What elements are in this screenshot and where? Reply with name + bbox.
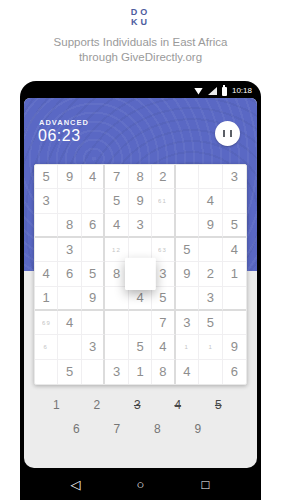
logo-line-1: DO	[0, 7, 281, 17]
cell-digit: 7	[113, 169, 120, 184]
sudoku-cell-r5c7[interactable]: 9	[176, 262, 199, 286]
sudoku-cell-r9c8[interactable]	[199, 360, 222, 384]
sudoku-cell-r9c4[interactable]: 3	[105, 360, 128, 384]
pause-icon	[223, 130, 232, 137]
sudoku-cell-r4c1[interactable]	[35, 238, 58, 262]
cell-digit: 2	[207, 266, 214, 281]
sudoku-cell-r8c5[interactable]: 5	[129, 335, 152, 359]
cell-digit: 4	[231, 242, 238, 257]
sudoku-cell-r4c3[interactable]	[82, 238, 105, 262]
sudoku-cell-r2c2[interactable]	[58, 189, 81, 213]
cell-digit: 4	[159, 339, 166, 354]
tagline: Supports Individuals in East Africa thro…	[0, 35, 281, 65]
sudoku-cell-r8c2[interactable]	[58, 335, 81, 359]
sudoku-cell-r5c9[interactable]: 1	[223, 262, 246, 286]
sudoku-cell-r9c9[interactable]: 6	[223, 360, 246, 384]
sudoku-cell-r3c8[interactable]: 9	[199, 214, 222, 238]
numpad-row-1: 12345	[24, 393, 257, 417]
sudoku-cell-r3c4[interactable]: 4	[105, 214, 128, 238]
sudoku-grid: 5947823359614864395312635446583921194536…	[35, 165, 246, 384]
numpad-key-1[interactable]: 1	[36, 393, 77, 417]
sudoku-cell-r3c7[interactable]	[176, 214, 199, 238]
cell-signal-icon	[208, 87, 217, 95]
cell-digit: 7	[159, 315, 166, 330]
logo-line-2: KU	[0, 17, 281, 27]
sudoku-cell-r6c2[interactable]	[58, 287, 81, 311]
sudoku-cell-r9c7[interactable]: 4	[176, 360, 199, 384]
numpad-key-label: 7	[113, 422, 120, 436]
sudoku-cell-r1c8[interactable]	[199, 165, 222, 189]
cell-digit: 9	[136, 193, 143, 208]
sudoku-cell-r9c3[interactable]	[82, 360, 105, 384]
site-header: DO KU Supports Individuals in East Afric…	[0, 0, 281, 65]
sudoku-cell-r6c6[interactable]: 5	[152, 287, 175, 311]
sudoku-cell-r6c9[interactable]	[223, 287, 246, 311]
sudoku-cell-r7c7[interactable]: 3	[176, 311, 199, 335]
cell-digit: 5	[89, 266, 96, 281]
sudoku-cell-r1c5[interactable]: 8	[129, 165, 152, 189]
wifi-icon	[194, 88, 203, 95]
numpad-key-8[interactable]: 8	[137, 417, 178, 441]
difficulty-label: ADVANCED	[39, 118, 89, 127]
cell-digit: 6	[66, 266, 73, 281]
status-time: 10:18	[232, 87, 252, 95]
cell-digit: 9	[89, 290, 96, 305]
sudoku-cell-r6c1[interactable]: 1	[35, 287, 58, 311]
cell-digit: 3	[89, 339, 96, 354]
numpad-key-label: 8	[154, 422, 161, 436]
home-icon[interactable]: ○	[133, 478, 148, 491]
numpad-key-label: 5	[212, 398, 225, 412]
sudoku-cell-r6c5[interactable]: 4	[129, 287, 152, 311]
cell-pencil-marks: 63	[158, 246, 167, 253]
back-icon[interactable]: ◁	[68, 478, 83, 491]
numpad-key-2[interactable]: 2	[77, 393, 118, 417]
sudoku-cell-r8c4[interactable]	[105, 335, 128, 359]
sudoku-cell-r1c2[interactable]: 9	[58, 165, 81, 189]
sudoku-cell-r2c3[interactable]	[82, 189, 105, 213]
numpad-key-label: 9	[194, 422, 201, 436]
cell-digit: 6	[89, 217, 96, 232]
sudoku-cell-r1c9[interactable]: 3	[223, 165, 246, 189]
cell-pencil-marks: 12	[112, 246, 121, 253]
sudoku-cell-selected[interactable]	[125, 258, 156, 291]
cell-digit: 1	[136, 364, 143, 379]
cell-digit: 2	[159, 169, 166, 184]
numpad-key-5[interactable]: 5	[198, 393, 239, 417]
sudoku-cell-r8c8[interactable]: 1	[199, 335, 222, 359]
sudoku-cell-r8c1[interactable]: 6	[35, 335, 58, 359]
sudoku-cell-r8c7[interactable]: 1	[176, 335, 199, 359]
cell-pencil-marks: 1	[208, 344, 213, 351]
cell-digit: 9	[207, 217, 214, 232]
cell-pencil-marks: 69	[42, 319, 51, 326]
numpad-key-label: 6	[73, 422, 80, 436]
cell-pencil-marks: 61	[158, 198, 167, 205]
cell-pencil-marks: 1	[185, 344, 190, 351]
sudoku-cell-r7c3[interactable]	[82, 311, 105, 335]
phone-mockup: 10:18 ADVANCED 06:23 5947823359614864395…	[20, 81, 261, 500]
cell-digit: 1	[231, 266, 238, 281]
sudoku-cell-r7c8[interactable]: 5	[199, 311, 222, 335]
cell-digit: 5	[231, 217, 238, 232]
cell-digit: 4	[136, 290, 143, 305]
cell-digit: 4	[113, 217, 120, 232]
numpad-key-4[interactable]: 4	[158, 393, 199, 417]
cell-digit: 4	[89, 169, 96, 184]
cell-digit: 9	[66, 169, 73, 184]
cell-digit: 9	[231, 339, 238, 354]
sudoku-cell-r7c1[interactable]: 69	[35, 311, 58, 335]
numpad-key-7[interactable]: 7	[97, 417, 138, 441]
sudoku-cell-r3c3[interactable]: 6	[82, 214, 105, 238]
sudoku-cell-r1c6[interactable]: 2	[152, 165, 175, 189]
cell-digit: 8	[113, 266, 120, 281]
cell-digit: 9	[183, 266, 190, 281]
sudoku-cell-r5c3[interactable]: 5	[82, 262, 105, 286]
sudoku-cell-r3c5[interactable]: 3	[129, 214, 152, 238]
numpad-row-2: 6789	[24, 417, 257, 441]
sudoku-cell-r8c3[interactable]: 3	[82, 335, 105, 359]
sudoku-cell-r8c9[interactable]: 9	[223, 335, 246, 359]
cell-digit: 3	[231, 169, 238, 184]
sudoku-cell-r9c6[interactable]: 8	[152, 360, 175, 384]
cell-digit: 3	[136, 217, 143, 232]
sudoku-cell-r7c2[interactable]: 4	[58, 311, 81, 335]
pause-button[interactable]	[215, 121, 240, 146]
sudoku-cell-r9c1[interactable]	[35, 360, 58, 384]
sudoku-cell-r7c9[interactable]	[223, 311, 246, 335]
number-pad: 12345 6789	[24, 393, 257, 441]
cell-digit: 5	[113, 193, 120, 208]
cell-digit: 5	[183, 242, 190, 257]
numpad-key-6[interactable]: 6	[56, 417, 97, 441]
sudoku-cell-r5c8[interactable]: 2	[199, 262, 222, 286]
sudoku-cell-r3c1[interactable]	[35, 214, 58, 238]
sudoku-cell-r2c7[interactable]	[176, 189, 199, 213]
game-timer: 06:23	[38, 127, 81, 145]
sudoku-cell-r4c9[interactable]: 4	[223, 238, 246, 262]
sudoku-cell-r7c6[interactable]: 7	[152, 311, 175, 335]
cell-digit: 8	[159, 364, 166, 379]
sudoku-cell-r2c9[interactable]	[223, 189, 246, 213]
numpad-key-label: 4	[171, 398, 184, 412]
sudoku-cell-r9c2[interactable]: 5	[58, 360, 81, 384]
sudoku-cell-r1c3[interactable]: 4	[82, 165, 105, 189]
sudoku-cell-r9c5[interactable]: 1	[129, 360, 152, 384]
sudoku-cell-r7c4[interactable]	[105, 311, 128, 335]
numpad-key-label: 1	[53, 398, 60, 412]
sudoku-cell-r7c5[interactable]	[129, 311, 152, 335]
sudoku-cell-r2c5[interactable]: 9	[129, 189, 152, 213]
cell-digit: 3	[113, 364, 120, 379]
cell-digit: 3	[207, 290, 214, 305]
cell-digit: 8	[66, 217, 73, 232]
cell-digit: 8	[136, 169, 143, 184]
sudoku-cell-r3c9[interactable]: 5	[223, 214, 246, 238]
tagline-line-1: Supports Individuals in East Africa	[54, 36, 228, 48]
numpad-key-3[interactable]: 3	[117, 393, 158, 417]
cell-digit: 4	[183, 364, 190, 379]
sudoku-cell-r5c1[interactable]: 4	[35, 262, 58, 286]
sudoku-cell-r5c2[interactable]: 6	[58, 262, 81, 286]
sudoku-cell-r2c1[interactable]: 3	[35, 189, 58, 213]
cell-digit: 4	[207, 193, 214, 208]
sudoku-cell-r6c8[interactable]: 3	[199, 287, 222, 311]
cell-digit: 3	[66, 242, 73, 257]
status-bar: 10:18	[20, 81, 261, 98]
sudoku-cell-r8c6[interactable]: 4	[152, 335, 175, 359]
cell-digit: 4	[66, 315, 73, 330]
sudoku-cell-r6c4[interactable]	[105, 287, 128, 311]
sudoku-cell-r6c7[interactable]	[176, 287, 199, 311]
sudoku-cell-r4c8[interactable]	[199, 238, 222, 262]
recents-icon[interactable]: □	[198, 478, 213, 491]
cell-digit: 5	[136, 339, 143, 354]
sudoku-board: 5947823359614864395312635446583921194536…	[34, 164, 247, 385]
sudoku-cell-r1c1[interactable]: 5	[35, 165, 58, 189]
cell-digit: 4	[43, 266, 50, 281]
sudoku-cell-r2c8[interactable]: 4	[199, 189, 222, 213]
cell-digit: 3	[159, 266, 166, 281]
app-logo: DO KU	[0, 7, 281, 28]
sudoku-cell-r3c2[interactable]: 8	[58, 214, 81, 238]
cell-digit: 5	[43, 169, 50, 184]
cell-digit: 3	[183, 315, 190, 330]
cell-pencil-marks: 6	[44, 344, 49, 351]
cell-digit: 6	[231, 364, 238, 379]
cell-digit: 5	[207, 315, 214, 330]
tagline-line-2: through GiveDirectly.org	[79, 51, 202, 63]
sudoku-cell-r2c6[interactable]: 61	[152, 189, 175, 213]
sudoku-cell-r2c4[interactable]: 5	[105, 189, 128, 213]
sudoku-cell-r4c7[interactable]: 5	[176, 238, 199, 262]
numpad-key-label: 2	[93, 398, 100, 412]
cell-digit: 5	[159, 290, 166, 305]
sudoku-cell-r6c3[interactable]: 9	[82, 287, 105, 311]
sudoku-cell-r3c6[interactable]	[152, 214, 175, 238]
cell-digit: 3	[43, 193, 50, 208]
sudoku-cell-r1c7[interactable]	[176, 165, 199, 189]
battery-icon	[222, 87, 227, 96]
android-nav-bar: ◁ ○ □	[20, 468, 261, 500]
sudoku-cell-r1c4[interactable]: 7	[105, 165, 128, 189]
cell-digit: 1	[43, 290, 50, 305]
app-screen: ADVANCED 06:23 5947823359614864395312635…	[24, 98, 257, 468]
numpad-key-label: 3	[131, 398, 144, 412]
numpad-key-9[interactable]: 9	[178, 417, 219, 441]
cell-digit: 5	[66, 364, 73, 379]
sudoku-cell-r4c2[interactable]: 3	[58, 238, 81, 262]
